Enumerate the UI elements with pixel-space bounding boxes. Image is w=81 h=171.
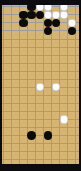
white-stone <box>52 11 60 19</box>
grid-line-vertical <box>19 5 20 164</box>
black-stone <box>27 11 35 19</box>
black-stone <box>19 19 27 27</box>
board-edge-right <box>79 0 81 171</box>
grid-line-horizontal <box>2 71 79 72</box>
white-stone <box>68 19 76 27</box>
black-stone <box>44 27 52 35</box>
board-edge-top <box>0 0 81 5</box>
grid-line-horizontal <box>2 63 79 64</box>
grid-line-horizontal <box>2 103 79 104</box>
grid-line-horizontal <box>2 111 79 112</box>
grid-line-horizontal <box>2 143 79 144</box>
black-stone <box>27 131 35 139</box>
black-stone <box>36 11 44 19</box>
screenshot-stage <box>0 0 81 171</box>
grid-line-horizontal <box>2 159 79 160</box>
white-stone <box>60 115 68 123</box>
grid-line-horizontal <box>2 127 79 128</box>
grid-line-horizontal <box>2 39 79 40</box>
board-edge-bottom <box>0 164 81 171</box>
grid-line-horizontal <box>2 55 79 56</box>
black-stone <box>44 131 52 139</box>
grid-line-vertical <box>11 5 12 164</box>
go-board[interactable] <box>0 0 81 171</box>
grid-line-horizontal <box>2 151 79 152</box>
grid-line-horizontal <box>2 135 79 136</box>
grid-line-horizontal <box>2 79 79 80</box>
grid-line-horizontal <box>2 47 79 48</box>
white-stone <box>44 11 52 19</box>
black-stone <box>44 19 52 27</box>
black-stone <box>52 19 60 27</box>
grid-line-horizontal <box>2 95 79 96</box>
board-edge-left <box>0 0 2 171</box>
white-stone <box>60 11 68 19</box>
grid-line-vertical <box>27 5 28 164</box>
grid-line-vertical <box>3 5 4 164</box>
